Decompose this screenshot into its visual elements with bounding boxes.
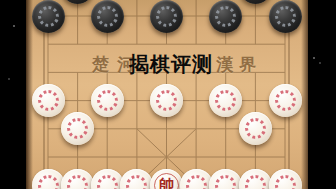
letterbox-right bbox=[308, 0, 336, 189]
hidden-piece-ornament-ring bbox=[215, 175, 236, 189]
pieces-layer: 帥 bbox=[0, 0, 336, 189]
hidden-piece-ornament-ring bbox=[67, 175, 88, 189]
red-hidden-piece[interactable] bbox=[239, 112, 272, 145]
red-hidden-piece[interactable] bbox=[269, 169, 302, 189]
red-hidden-piece[interactable] bbox=[209, 84, 242, 117]
red-hidden-piece[interactable] bbox=[91, 84, 124, 117]
hidden-piece-ornament-ring bbox=[67, 118, 88, 139]
black-hidden-piece[interactable] bbox=[61, 0, 94, 4]
black-hidden-piece[interactable] bbox=[209, 0, 242, 33]
hidden-piece-ornament-ring bbox=[38, 90, 59, 111]
hidden-piece-ornament-ring bbox=[38, 175, 59, 189]
red-hidden-piece[interactable] bbox=[180, 169, 213, 189]
hidden-piece-ornament-ring bbox=[97, 175, 118, 189]
hidden-piece-ornament-ring bbox=[186, 175, 207, 189]
letterbox-left bbox=[0, 0, 26, 189]
red-king-piece[interactable]: 帥 bbox=[150, 169, 183, 189]
red-hidden-piece[interactable] bbox=[61, 112, 94, 145]
red-hidden-piece[interactable] bbox=[120, 169, 153, 189]
hidden-piece-ornament-ring bbox=[156, 6, 177, 27]
hidden-piece-ornament-ring bbox=[156, 90, 177, 111]
hidden-piece-ornament-ring bbox=[275, 175, 296, 189]
red-hidden-piece[interactable] bbox=[269, 84, 302, 117]
red-hidden-piece[interactable] bbox=[32, 84, 65, 117]
video-frame: 楚河 漢界 帥 揭棋评测 bbox=[0, 0, 336, 189]
red-hidden-piece[interactable] bbox=[61, 169, 94, 189]
video-caption: 揭棋评测 bbox=[129, 51, 213, 78]
king-glyph: 帥 bbox=[150, 169, 183, 189]
black-hidden-piece[interactable] bbox=[32, 0, 65, 33]
hidden-piece-ornament-ring bbox=[97, 90, 118, 111]
hidden-piece-ornament-ring bbox=[245, 118, 266, 139]
black-hidden-piece[interactable] bbox=[239, 0, 272, 4]
hidden-piece-ornament-ring bbox=[275, 6, 296, 27]
hidden-piece-ornament-ring bbox=[126, 175, 147, 189]
black-hidden-piece[interactable] bbox=[269, 0, 302, 33]
red-hidden-piece[interactable] bbox=[91, 169, 124, 189]
hidden-piece-ornament-ring bbox=[215, 90, 236, 111]
hidden-piece-ornament-ring bbox=[97, 6, 118, 27]
hidden-piece-ornament-ring bbox=[245, 175, 266, 189]
hidden-piece-ornament-ring bbox=[275, 90, 296, 111]
red-hidden-piece[interactable] bbox=[32, 169, 65, 189]
black-hidden-piece[interactable] bbox=[150, 0, 183, 33]
red-hidden-piece[interactable] bbox=[150, 84, 183, 117]
red-hidden-piece[interactable] bbox=[209, 169, 242, 189]
hidden-piece-ornament-ring bbox=[38, 6, 59, 27]
black-hidden-piece[interactable] bbox=[91, 0, 124, 33]
red-hidden-piece[interactable] bbox=[239, 169, 272, 189]
hidden-piece-ornament-ring bbox=[215, 6, 236, 27]
